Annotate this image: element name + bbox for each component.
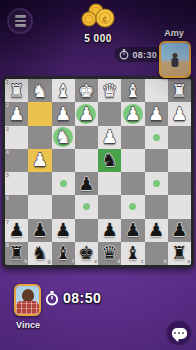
square-b8[interactable]: b [145, 242, 168, 265]
square-f1[interactable]: ♝ [52, 79, 75, 102]
square-e4[interactable] [75, 149, 98, 172]
square-e6[interactable] [75, 195, 98, 218]
square-e8[interactable]: ♚e [75, 242, 98, 265]
square-a4[interactable] [168, 149, 191, 172]
square-d8[interactable]: ♛d [98, 242, 121, 265]
piece-black-king[interactable]: ♚ [78, 244, 94, 262]
square-g3[interactable] [28, 126, 51, 149]
square-g2[interactable] [28, 102, 51, 125]
square-f7[interactable]: ♟ [52, 219, 75, 242]
opponent-name: Amy [157, 28, 191, 38]
stopwatch-icon [45, 291, 59, 306]
square-g4[interactable]: ♟ [28, 149, 51, 172]
rank-label: 5 [6, 173, 9, 178]
chess-board: ♜1♞♝♚♛♝♜♟2♟♟♟♟♟3♞♟4♟♞5♟6♟7♟♟♟♟♟♟♜8h♞g♝f♚… [2, 76, 194, 268]
square-a2[interactable]: ♟ [168, 102, 191, 125]
piece-black-knight[interactable]: ♞ [32, 244, 48, 262]
square-a6[interactable] [168, 195, 191, 218]
square-b5[interactable] [145, 172, 168, 195]
square-b4[interactable] [145, 149, 168, 172]
piece-white-pawn[interactable]: ♟ [32, 151, 48, 169]
square-e5[interactable]: ♟ [75, 172, 98, 195]
chat-button[interactable] [166, 320, 192, 346]
square-f8[interactable]: ♝f [52, 242, 75, 265]
piece-white-pawn[interactable]: ♟ [171, 105, 187, 123]
piece-white-knight[interactable]: ♞ [55, 128, 71, 146]
player-avatar-photo [16, 286, 39, 314]
piece-white-queen[interactable]: ♛ [102, 82, 118, 100]
file-label: f [72, 259, 74, 264]
square-h6[interactable]: 6 [5, 195, 28, 218]
file-label: a [187, 259, 190, 264]
square-g1[interactable]: ♞ [28, 79, 51, 102]
opponent-avatar-photo [161, 43, 189, 76]
square-a7[interactable]: ♟ [168, 219, 191, 242]
piece-black-pawn[interactable]: ♟ [9, 221, 25, 239]
player-name: Vince [7, 320, 49, 330]
stopwatch-icon [119, 49, 129, 60]
square-d7[interactable]: ♟ [98, 219, 121, 242]
rank-label: 4 [6, 150, 9, 155]
opponent-time-text: 08:30 [132, 50, 157, 60]
piece-black-pawn[interactable]: ♟ [78, 175, 94, 193]
square-h8[interactable]: ♜8h [5, 242, 28, 265]
square-e3[interactable] [75, 126, 98, 149]
piece-white-pawn[interactable]: ♟ [148, 105, 164, 123]
square-b2[interactable]: ♟ [145, 102, 168, 125]
square-d3[interactable]: ♟ [98, 126, 121, 149]
coins-amount: 5 000 [79, 33, 117, 44]
square-d5[interactable] [98, 172, 121, 195]
rank-label: 3 [6, 127, 9, 132]
square-h7[interactable]: ♟7 [5, 219, 28, 242]
piece-black-rook[interactable]: ♜ [171, 244, 187, 262]
square-c3[interactable] [121, 126, 144, 149]
chess-board-grid: ♜1♞♝♚♛♝♜♟2♟♟♟♟♟3♞♟4♟♞5♟6♟7♟♟♟♟♟♟♜8h♞g♝f♚… [5, 79, 191, 265]
piece-black-pawn[interactable]: ♟ [125, 221, 141, 239]
square-c7[interactable]: ♟ [121, 219, 144, 242]
piece-black-bishop[interactable]: ♝ [55, 244, 71, 262]
square-f6[interactable] [52, 195, 75, 218]
piece-white-pawn[interactable]: ♟ [9, 105, 25, 123]
square-b7[interactable]: ♟ [145, 219, 168, 242]
piece-white-bishop[interactable]: ♝ [125, 82, 141, 100]
piece-black-pawn[interactable]: ♟ [171, 221, 187, 239]
svg-text:¢: ¢ [102, 14, 108, 24]
player-timer: 08:50 [45, 290, 101, 306]
piece-black-pawn[interactable]: ♟ [32, 221, 48, 239]
square-c8[interactable]: ♝c [121, 242, 144, 265]
square-b3[interactable] [145, 126, 168, 149]
file-label: b [164, 259, 167, 264]
square-b6[interactable] [145, 195, 168, 218]
opponent-avatar [159, 41, 191, 78]
square-g8[interactable]: ♞g [28, 242, 51, 265]
piece-white-pawn[interactable]: ♟ [78, 105, 94, 123]
piece-black-pawn[interactable]: ♟ [102, 221, 118, 239]
piece-white-rook[interactable]: ♜ [171, 82, 187, 100]
piece-black-pawn[interactable]: ♟ [55, 221, 71, 239]
square-d6[interactable] [98, 195, 121, 218]
gold-coins-icon: ¢ [79, 3, 117, 31]
player-avatar [14, 284, 41, 316]
square-f5[interactable] [52, 172, 75, 195]
piece-white-pawn[interactable]: ♟ [125, 105, 141, 123]
square-c6[interactable] [121, 195, 144, 218]
square-c4[interactable] [121, 149, 144, 172]
piece-black-rook[interactable]: ♜ [9, 244, 25, 262]
piece-black-knight[interactable]: ♞ [102, 151, 118, 169]
square-g6[interactable] [28, 195, 51, 218]
piece-black-queen[interactable]: ♛ [102, 244, 118, 262]
square-h2[interactable]: ♟2 [5, 102, 28, 125]
player-time-text: 08:50 [63, 290, 101, 306]
piece-white-knight[interactable]: ♞ [32, 82, 48, 100]
square-h4[interactable]: 4 [5, 149, 28, 172]
opponent-timer: 08:30 [114, 47, 163, 62]
rank-label: 6 [6, 196, 9, 201]
square-b1[interactable] [145, 79, 168, 102]
square-c1[interactable]: ♝ [121, 79, 144, 102]
piece-black-pawn[interactable]: ♟ [148, 221, 164, 239]
square-f2[interactable]: ♟ [52, 102, 75, 125]
piece-black-bishop[interactable]: ♝ [125, 244, 141, 262]
square-f3[interactable]: ♞ [52, 126, 75, 149]
piece-white-rook[interactable]: ♜ [9, 82, 25, 100]
square-a3[interactable] [168, 126, 191, 149]
file-label: e [94, 259, 97, 264]
square-e7[interactable] [75, 219, 98, 242]
square-d2[interactable] [98, 102, 121, 125]
square-c2[interactable]: ♟ [121, 102, 144, 125]
piece-white-pawn[interactable]: ♟ [102, 128, 118, 146]
square-a5[interactable] [168, 172, 191, 195]
coins-display[interactable]: ¢ 5 000 [79, 3, 117, 44]
square-c5[interactable] [121, 172, 144, 195]
hamburger-icon [15, 15, 26, 17]
square-g7[interactable]: ♟ [28, 219, 51, 242]
square-h5[interactable]: 5 [5, 172, 28, 195]
square-h1[interactable]: ♜1 [5, 79, 28, 102]
game-screen: ¢ 5 000 Amy 08:30 ♜1♞♝♚♛♝♜♟2♟♟♟♟♟3♞♟4♟♞5… [0, 0, 196, 350]
square-d4[interactable]: ♞ [98, 149, 121, 172]
piece-white-king[interactable]: ♚ [78, 82, 94, 100]
square-f4[interactable] [52, 149, 75, 172]
square-e2[interactable]: ♟ [75, 102, 98, 125]
piece-white-pawn[interactable]: ♟ [55, 105, 71, 123]
square-d1[interactable]: ♛ [98, 79, 121, 102]
file-label: c [141, 259, 144, 264]
square-a8[interactable]: ♜a [168, 242, 191, 265]
square-e1[interactable]: ♚ [75, 79, 98, 102]
menu-button[interactable] [7, 8, 33, 34]
piece-white-bishop[interactable]: ♝ [55, 82, 71, 100]
chat-bubble-icon [172, 328, 187, 339]
square-g5[interactable] [28, 172, 51, 195]
square-a1[interactable]: ♜ [168, 79, 191, 102]
square-h3[interactable]: 3 [5, 126, 28, 149]
